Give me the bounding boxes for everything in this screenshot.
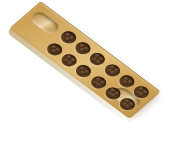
- left-store[interactable]: [28, 10, 61, 36]
- board-top-surface: [9, 1, 161, 119]
- photo-background: [0, 0, 170, 141]
- mancala-board: [4, 1, 161, 123]
- pit-lower-6[interactable]: [117, 95, 138, 112]
